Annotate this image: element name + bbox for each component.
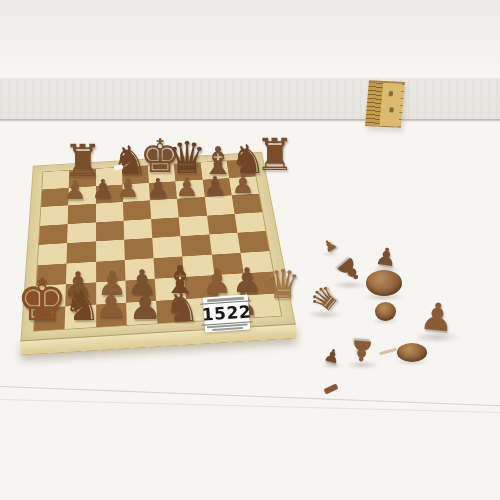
near-pawn-d1: ♟: [128, 287, 162, 325]
loose-pale-stick: [379, 347, 397, 355]
far-pawn-4: ♟: [146, 175, 169, 201]
auction-photo: ♜♞♚♛♝♞♜♟♟♟♟♟♟♟♟♟♟♝♟♟♛♚♞♟♟♞♟♟♟♟♛♟♟♟♟ 1522: [0, 0, 500, 500]
loose-mushroom-hat: [366, 270, 402, 296]
far-pawn-7: ♟: [231, 171, 254, 197]
near-king-shell-carved: ♚: [16, 271, 68, 329]
loose-figure-standing-small: ♟: [374, 244, 399, 271]
far-rook-h: ♜: [255, 133, 294, 177]
loose-broken-twig: [323, 383, 338, 394]
lot-number: 1522: [200, 300, 253, 326]
far-pawn-3: ♟: [116, 175, 139, 201]
far-pawn-2: ♟: [91, 176, 114, 202]
loose-figure-upended: ♟: [348, 335, 375, 365]
far-pawn-5: ♟: [175, 174, 198, 200]
far-pawn-6: ♟: [203, 173, 226, 199]
loose-head-round-hat: [375, 302, 396, 321]
white-paper-chip: [113, 164, 123, 170]
far-pawn-1: ♟: [63, 177, 86, 203]
near-knight-staff: ♞: [164, 287, 200, 327]
lot-number-sticker: 1522: [203, 294, 250, 332]
near-pawn-c1: ♟: [95, 287, 127, 323]
near-row2-queen: ♛: [265, 264, 301, 304]
loose-figure-standing-tall: ♟: [418, 296, 456, 337]
loose-round-hat: [397, 343, 427, 362]
pieces-layer: ♜♞♚♛♝♞♜♟♟♟♟♟♟♟♟♟♟♝♟♟♛♚♞♟♟♞♟♟♟♟♛♟♟♟♟: [0, 0, 500, 500]
